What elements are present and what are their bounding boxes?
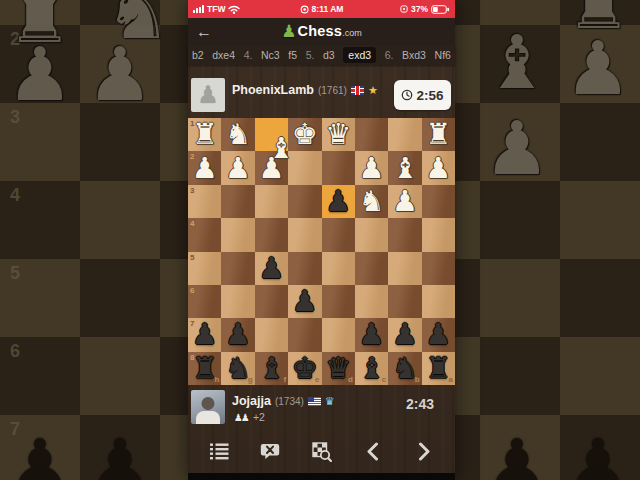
player-bottom-name[interactable]: Jojajja [232,394,271,408]
square-d3[interactable]: ♟ [322,185,355,218]
player-top-name[interactable]: PhoenixLamb [232,83,314,97]
square-h7[interactable]: 7♟ [188,318,221,351]
background-square [0,415,80,480]
square-g7[interactable]: ♟ [221,318,254,351]
move-token[interactable]: 5. [306,49,315,61]
background-square [480,103,560,181]
square-a8[interactable]: a♜ [422,352,455,385]
white-rook[interactable]: ♜ [425,120,451,149]
background-square [80,259,160,337]
square-b1[interactable] [388,118,421,151]
captured-pawn-icons: ♟♟ [234,412,248,423]
default-pawn-avatar-icon: ♟ [197,81,219,109]
analysis-board-button[interactable] [307,437,337,467]
move-token[interactable]: 6. [385,49,394,61]
square-b5[interactable] [388,252,421,285]
orientation-lock-icon [400,5,408,13]
status-time: 8:11 AM [312,4,344,14]
square-c1[interactable] [355,118,388,151]
background-square [80,415,160,480]
square-b4[interactable] [388,218,421,251]
move-token[interactable]: d3 [323,49,335,61]
rank-label: 5 [190,253,194,262]
material-advantage: +2 [253,411,265,423]
app-header: ← ♟ Chess .com [188,18,455,45]
uk-flag-icon [351,86,364,95]
black-pawn[interactable]: ♟ [325,187,351,216]
background-piece: ♟ [7,429,73,480]
square-b8[interactable]: b♞ [388,352,421,385]
background-piece: ♟ [87,429,153,480]
player-top-clock: 2:56 [394,80,451,110]
recording-indicator-icon [300,5,309,14]
black-knight[interactable]: ♞ [225,354,251,383]
background-square [480,259,560,337]
background-square [480,415,560,480]
background-square [0,259,80,337]
square-g8[interactable]: g♞ [221,352,254,385]
player-top: ♟ PhoenixLamb (1761) ★ 2:56 [188,65,455,118]
move-token[interactable]: Nc3 [261,49,280,61]
square-f5[interactable]: ♟ [255,252,288,285]
white-pawn[interactable]: ♟ [392,187,418,216]
background-square [480,337,560,415]
square-a7[interactable]: ♟ [422,318,455,351]
captured-pieces: ♟♟ +2 [234,411,265,423]
background-piece: ♜ [566,0,632,39]
background-square [80,103,160,181]
chess-board: 1♜♞♚♛♜2♟♟♟♟♝♟3♟♞♟45♟6♟7♟♟♟♟♟8h♜g♞f♝e♚d♛c… [188,118,455,385]
black-knight[interactable]: ♞ [392,354,418,383]
back-button[interactable]: ← [196,24,212,40]
clock-icon [401,89,413,101]
background-square [0,0,80,25]
background-square [0,181,80,259]
background-square [0,25,80,103]
black-pawn[interactable]: ♟ [258,254,284,283]
background-piece: ♜ [7,0,73,53]
player-bottom-clock: 2:43 [406,396,434,412]
black-bishop[interactable]: ♝ [359,354,385,383]
white-knight[interactable]: ♞ [359,187,385,216]
square-g3[interactable] [221,185,254,218]
square-h2[interactable]: 2♟ [188,151,221,184]
square-h4[interactable]: 4 [188,218,221,251]
player-bottom: Jojajja (1734) ♛ ♟♟ +2 2:43 [188,386,455,431]
black-king[interactable]: ♚ [292,354,318,383]
move-token-current[interactable]: exd3 [343,47,376,63]
move-token[interactable]: dxe4 [212,49,235,61]
us-flag-icon [308,397,321,406]
square-e5[interactable] [288,252,321,285]
background-piece: ♟ [87,37,153,111]
background-piece: ♟ [7,37,73,111]
black-pawn[interactable]: ♟ [192,320,218,349]
home-indicator-bar [188,473,455,480]
square-a6[interactable] [422,285,455,318]
square-d1[interactable]: ♛ [322,118,355,151]
phone-screen: TFW 8:11 AM 37% [188,0,455,480]
next-move-button[interactable] [409,437,439,467]
square-f8[interactable]: f♝ [255,352,288,385]
white-pawn[interactable]: ♟ [192,154,218,183]
background-piece: ♞ [105,0,171,49]
square-d7[interactable] [322,318,355,351]
previous-move-button[interactable] [358,437,388,467]
background-square [480,0,560,25]
background-rank-label: 7 [10,419,20,440]
move-token[interactable]: Nf6 [435,49,451,61]
square-a3[interactable] [422,185,455,218]
rank-label: 3 [190,186,194,195]
square-d8[interactable]: d♛ [322,352,355,385]
black-rook[interactable]: ♜ [192,354,218,383]
square-g1[interactable]: ♞ [221,118,254,151]
rank-label: 4 [190,219,194,228]
square-f6[interactable] [255,285,288,318]
black-pawn[interactable]: ♟ [425,320,451,349]
square-f7[interactable] [255,318,288,351]
background-square [80,0,160,25]
star-badge-icon: ★ [368,84,378,97]
move-token[interactable]: b2 [192,49,204,61]
move-list: b2dxe44.Nc3f55.d3exd36.Bxd3Nf6 [188,45,455,65]
status-bar: TFW 8:11 AM 37% [188,0,455,18]
square-c6[interactable] [355,285,388,318]
square-c7[interactable]: ♟ [355,318,388,351]
black-pawn[interactable]: ♟ [392,320,418,349]
white-pawn[interactable]: ♟ [359,154,385,183]
square-h8[interactable]: 8h♜ [188,352,221,385]
square-f4[interactable] [255,218,288,251]
white-pawn[interactable]: ♟ [425,154,451,183]
logo-pawn-icon: ♟ [281,23,296,40]
square-a2[interactable]: ♟ [422,151,455,184]
chesscom-logo: ♟ Chess .com [281,23,361,40]
player-top-rating: (1761) [318,85,347,96]
background-square [560,0,640,25]
background-square [560,415,640,480]
wifi-icon [228,5,240,14]
player-bottom-avatar[interactable] [191,390,225,424]
square-e4[interactable] [288,218,321,251]
background-square [560,25,640,103]
square-b3[interactable]: ♟ [388,185,421,218]
battery-percent: 37% [411,4,428,14]
background-piece: ♟ [565,429,631,480]
logo-text: Chess [298,23,343,39]
square-c3[interactable]: ♞ [355,185,388,218]
background-rank-label: 2 [10,29,20,50]
square-d6[interactable] [322,285,355,318]
square-a5[interactable] [422,252,455,285]
square-b7[interactable]: ♟ [388,318,421,351]
white-knight[interactable]: ♞ [225,120,251,149]
square-c8[interactable]: c♝ [355,352,388,385]
signal-strength-icon [193,5,204,13]
square-f3[interactable] [255,185,288,218]
square-g2[interactable]: ♟ [221,151,254,184]
white-queen[interactable]: ♛ [325,120,351,149]
background-square [80,181,160,259]
background-square [480,181,560,259]
square-e6[interactable]: ♟ [288,285,321,318]
white-rook[interactable]: ♜ [192,120,218,149]
background-square [560,259,640,337]
square-h6[interactable]: 6 [188,285,221,318]
background-square [480,25,560,103]
square-e3[interactable] [288,185,321,218]
square-d5[interactable] [322,252,355,285]
square-e7[interactable] [288,318,321,351]
square-c2[interactable]: ♟ [355,151,388,184]
white-bishop[interactable]: ♝ [392,154,418,183]
square-h5[interactable]: 5 [188,252,221,285]
background-square [80,25,160,103]
square-c5[interactable] [355,252,388,285]
background-piece: ♟ [484,111,550,185]
square-d2[interactable] [322,151,355,184]
square-g6[interactable] [221,285,254,318]
black-queen[interactable]: ♛ [325,354,351,383]
move-token[interactable]: f5 [288,49,297,61]
square-g5[interactable] [221,252,254,285]
background-square [0,337,80,415]
square-a1[interactable]: ♜ [422,118,455,151]
background-rank-label: 4 [10,185,20,206]
battery-icon [431,5,450,14]
black-pawn[interactable]: ♟ [225,320,251,349]
background-square [80,337,160,415]
animating-white-bishop[interactable]: ♝ [264,131,298,165]
white-pawn[interactable]: ♟ [225,154,251,183]
black-pawn[interactable]: ♟ [359,320,385,349]
square-h1[interactable]: 1♜ [188,118,221,151]
background-square [560,103,640,181]
square-b6[interactable] [388,285,421,318]
background-piece: ♝ [484,25,550,99]
player-top-avatar[interactable]: ♟ [191,78,225,112]
background-square [0,103,80,181]
background-rank-label: 3 [10,107,20,128]
square-d4[interactable] [322,218,355,251]
rank-label: 6 [190,286,194,295]
logo-suffix: .com [342,28,362,38]
move-token[interactable]: 4. [244,49,253,61]
flair-crown-icon: ♛ [325,395,335,408]
black-rook[interactable]: ♜ [425,354,451,383]
square-c4[interactable] [355,218,388,251]
square-h3[interactable]: 3 [188,185,221,218]
background-piece: ♟ [565,31,631,105]
square-a4[interactable] [422,218,455,251]
square-b2[interactable]: ♝ [388,151,421,184]
black-bishop[interactable]: ♝ [258,354,284,383]
square-g4[interactable] [221,218,254,251]
player-bottom-rating: (1734) [275,396,304,407]
screenshot-root: { "game": "chess", "position": { "fen": … [0,0,640,480]
background-rank-label: 5 [10,263,20,284]
square-e8[interactable]: e♚ [288,352,321,385]
move-token[interactable]: Bxd3 [402,49,426,61]
background-rank-label: 6 [10,341,20,362]
background-piece: ♟ [484,429,550,480]
background-square [560,181,640,259]
background-square [560,337,640,415]
moves-list-button[interactable] [204,437,234,467]
bottom-toolbar [188,431,455,472]
chat-disabled-button[interactable] [255,437,285,467]
black-pawn[interactable]: ♟ [292,287,318,316]
carrier-label: TFW [207,4,225,14]
